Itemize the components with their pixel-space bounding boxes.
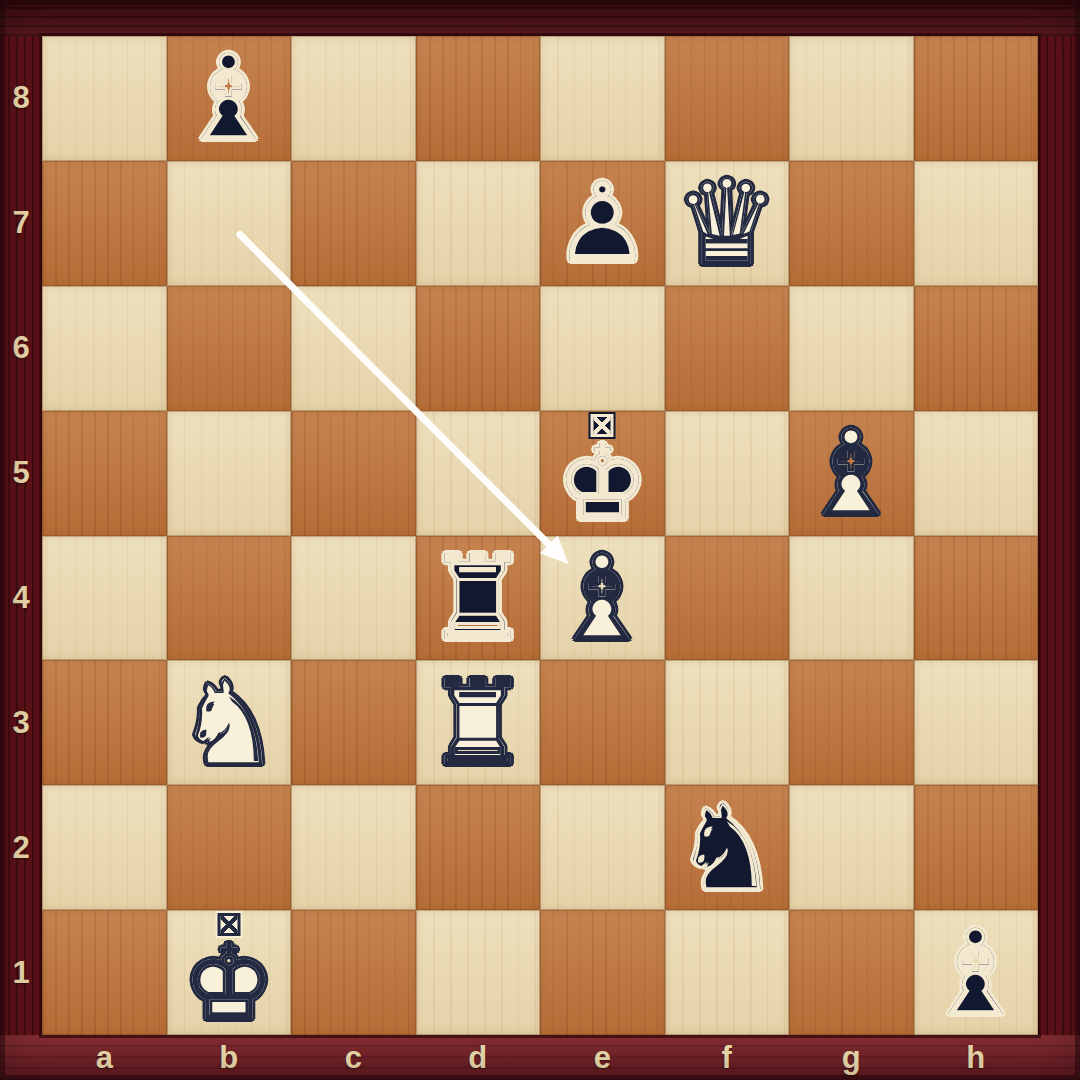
- square-a7[interactable]: [42, 161, 167, 286]
- rank-label-8: 8: [0, 36, 42, 161]
- square-d6[interactable]: [416, 286, 541, 411]
- square-c5[interactable]: [291, 411, 416, 536]
- square-a8[interactable]: [42, 36, 167, 161]
- white-queen[interactable]: ♛♕: [665, 161, 790, 286]
- square-e1[interactable]: [540, 910, 665, 1035]
- queen-outline-glyph: ♕: [674, 164, 780, 282]
- square-g4[interactable]: [789, 536, 914, 661]
- square-d5[interactable]: [416, 411, 541, 536]
- rank-label-3: 3: [0, 660, 42, 785]
- board-frame-bottom: [0, 1035, 1080, 1080]
- square-b7[interactable]: [167, 161, 292, 286]
- file-label-e: e: [540, 1035, 665, 1080]
- bishop-outline-glyph: ♗: [176, 39, 282, 157]
- square-c4[interactable]: [291, 536, 416, 661]
- board-frame-right: [1038, 36, 1080, 1035]
- square-a1[interactable]: [42, 910, 167, 1035]
- square-f7[interactable]: ♛♕: [665, 161, 790, 286]
- square-d2[interactable]: [416, 785, 541, 910]
- square-g3[interactable]: [789, 660, 914, 785]
- square-d8[interactable]: [416, 36, 541, 161]
- square-h8[interactable]: [914, 36, 1039, 161]
- file-label-d: d: [416, 1035, 541, 1080]
- square-a2[interactable]: [42, 785, 167, 910]
- king-outline-glyph: ♔: [182, 931, 275, 1035]
- square-e3[interactable]: [540, 660, 665, 785]
- rank-label-1: 1: [0, 910, 42, 1035]
- square-e2[interactable]: [540, 785, 665, 910]
- rank-label-2: 2: [0, 785, 42, 910]
- rank-label-5: 5: [0, 411, 42, 536]
- square-f1[interactable]: [665, 910, 790, 1035]
- black-bishop[interactable]: ♝♗: [167, 36, 292, 161]
- square-g6[interactable]: [789, 286, 914, 411]
- square-h7[interactable]: [914, 161, 1039, 286]
- bishop-outline-glyph: ♗: [549, 539, 655, 657]
- king-cross-marker: [217, 913, 240, 936]
- file-label-c: c: [291, 1035, 416, 1080]
- square-d7[interactable]: [416, 161, 541, 286]
- square-b5[interactable]: [167, 411, 292, 536]
- square-f4[interactable]: [665, 536, 790, 661]
- square-e5[interactable]: ♚♔: [540, 411, 665, 536]
- rank-labels: 87654321: [0, 36, 42, 1035]
- square-c7[interactable]: [291, 161, 416, 286]
- rook-outline-glyph: ♖: [425, 664, 531, 782]
- bishop-outline-glyph: ♗: [923, 914, 1029, 1032]
- square-b8[interactable]: ♝♗: [167, 36, 292, 161]
- square-g2[interactable]: [789, 785, 914, 910]
- black-bishop[interactable]: ♝♗: [914, 910, 1039, 1035]
- board: ♝♗♟♙♛♕♚♔♝♗♜♖♝♗♞♘♜♖♞♘♚♔♝♗: [42, 36, 1038, 1035]
- square-c1[interactable]: [291, 910, 416, 1035]
- black-knight[interactable]: ♞♘: [665, 785, 790, 910]
- square-h5[interactable]: [914, 411, 1039, 536]
- chessboard-app: ♝♗♟♙♛♕♚♔♝♗♜♖♝♗♞♘♜♖♞♘♚♔♝♗ 87654321 abcdef…: [0, 0, 1080, 1080]
- square-f5[interactable]: [665, 411, 790, 536]
- square-b3[interactable]: ♞♘: [167, 660, 292, 785]
- white-knight[interactable]: ♞♘: [167, 660, 292, 785]
- square-d3[interactable]: ♜♖: [416, 660, 541, 785]
- bishop-outline-glyph: ♗: [798, 414, 904, 532]
- black-king[interactable]: ♚♔: [540, 411, 665, 536]
- square-e6[interactable]: [540, 286, 665, 411]
- square-d4[interactable]: ♜♖: [416, 536, 541, 661]
- white-king[interactable]: ♚♔: [167, 910, 292, 1035]
- square-a5[interactable]: [42, 411, 167, 536]
- white-rook[interactable]: ♜♖: [416, 660, 541, 785]
- square-f8[interactable]: [665, 36, 790, 161]
- square-f6[interactable]: [665, 286, 790, 411]
- pawn-outline-glyph: ♙: [553, 168, 652, 278]
- square-h3[interactable]: [914, 660, 1039, 785]
- square-e8[interactable]: [540, 36, 665, 161]
- rank-label-6: 6: [0, 286, 42, 411]
- black-pawn[interactable]: ♟♙: [540, 161, 665, 286]
- square-a4[interactable]: [42, 536, 167, 661]
- rank-label-4: 4: [0, 536, 42, 661]
- square-c3[interactable]: [291, 660, 416, 785]
- file-label-f: f: [665, 1035, 790, 1080]
- white-bishop[interactable]: ♝♗: [540, 536, 665, 661]
- square-f2[interactable]: ♞♘: [665, 785, 790, 910]
- square-e7[interactable]: ♟♙: [540, 161, 665, 286]
- white-bishop[interactable]: ♝♗: [789, 411, 914, 536]
- black-rook[interactable]: ♜♖: [416, 536, 541, 661]
- board-frame-left: [0, 36, 42, 1035]
- square-h4[interactable]: [914, 536, 1039, 661]
- square-h2[interactable]: [914, 785, 1039, 910]
- square-b4[interactable]: [167, 536, 292, 661]
- square-h6[interactable]: [914, 286, 1039, 411]
- king-outline-glyph: ♔: [556, 431, 649, 535]
- square-f3[interactable]: [665, 660, 790, 785]
- square-d1[interactable]: [416, 910, 541, 1035]
- king-cross-marker: [591, 414, 614, 437]
- square-c8[interactable]: [291, 36, 416, 161]
- file-label-g: g: [789, 1035, 914, 1080]
- square-b1[interactable]: ♚♔: [167, 910, 292, 1035]
- square-g1[interactable]: [789, 910, 914, 1035]
- square-g8[interactable]: [789, 36, 914, 161]
- square-b2[interactable]: [167, 785, 292, 910]
- square-b6[interactable]: [167, 286, 292, 411]
- rank-label-7: 7: [0, 161, 42, 286]
- knight-outline-glyph: ♘: [674, 789, 780, 907]
- square-g7[interactable]: [789, 161, 914, 286]
- file-label-a: a: [42, 1035, 167, 1080]
- square-e4[interactable]: ♝♗: [540, 536, 665, 661]
- board-frame-top: [0, 0, 1080, 36]
- knight-outline-glyph: ♘: [176, 664, 282, 782]
- square-g5[interactable]: ♝♗: [789, 411, 914, 536]
- square-h1[interactable]: ♝♗: [914, 910, 1039, 1035]
- rook-outline-glyph: ♖: [425, 539, 531, 657]
- file-label-h: h: [914, 1035, 1039, 1080]
- square-a3[interactable]: [42, 660, 167, 785]
- square-c2[interactable]: [291, 785, 416, 910]
- square-a6[interactable]: [42, 286, 167, 411]
- square-c6[interactable]: [291, 286, 416, 411]
